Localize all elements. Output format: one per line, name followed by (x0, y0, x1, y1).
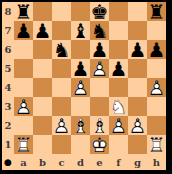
square-a1[interactable]: ♜♖ (14, 135, 33, 154)
square-g2[interactable]: ♟♙ (128, 116, 147, 135)
square-a4[interactable] (14, 78, 33, 97)
piece-black-pawn: ♟ (90, 40, 109, 59)
square-c5[interactable] (52, 59, 71, 78)
piece-black-knight: ♞ (90, 21, 109, 40)
piece-black-rook: ♜ (147, 2, 166, 21)
file-label-a: a (14, 157, 33, 168)
piece-black-king: ♚ (90, 2, 109, 21)
square-g6[interactable]: ♟ (128, 40, 147, 59)
rank-label-2: 2 (2, 116, 14, 135)
rank-label-6: 6 (2, 40, 14, 59)
piece-outline: ♔ (90, 135, 109, 154)
square-c2[interactable]: ♟♙ (52, 116, 71, 135)
square-h7[interactable] (147, 21, 166, 40)
square-h5[interactable] (147, 59, 166, 78)
square-a8[interactable]: ♜ (14, 2, 33, 21)
piece-black-pawn: ♟ (33, 21, 52, 40)
square-a2[interactable] (14, 116, 33, 135)
piece-outline: ♖ (147, 135, 166, 154)
square-a6[interactable] (14, 40, 33, 59)
square-b5[interactable] (33, 59, 52, 78)
piece-white-pawn: ♟ (147, 78, 166, 97)
chess-board: ♜♚♜♟♟♝♞♞♟♟♟♟♟♙♟♟♙♟♙♟♙♞♘♟♙♝♗♝♗♟♙♟♙♜♖♚♔♜♖ (14, 2, 166, 154)
piece-black-pawn: ♟ (109, 59, 128, 78)
diagram-inner: 8 7 6 5 4 3 2 1 ♜♚♜♟♟♝♞♞♟♟♟♟♟♙♟♟♙♟♙♟♙♞♘♟… (2, 2, 166, 170)
square-b6[interactable] (33, 40, 52, 59)
piece-white-knight: ♞ (109, 97, 128, 116)
square-e4[interactable] (90, 78, 109, 97)
piece-outline: ♙ (71, 78, 90, 97)
square-c1[interactable] (52, 135, 71, 154)
rank-label-8: 8 (2, 2, 14, 21)
chess-diagram-frame: 8 7 6 5 4 3 2 1 ♜♚♜♟♟♝♞♞♟♟♟♟♟♙♟♟♙♟♙♟♙♞♘♟… (0, 0, 172, 174)
square-b1[interactable] (33, 135, 52, 154)
piece-black-knight: ♞ (52, 40, 71, 59)
piece-outline: ♙ (14, 97, 33, 116)
piece-white-bishop: ♝ (71, 116, 90, 135)
square-a7[interactable]: ♟ (14, 21, 33, 40)
square-g4[interactable] (128, 78, 147, 97)
piece-outline: ♙ (90, 59, 109, 78)
piece-outline: ♙ (52, 116, 71, 135)
file-label-f: f (109, 157, 128, 168)
rank-label-3: 3 (2, 97, 14, 116)
square-f3[interactable]: ♞♘ (109, 97, 128, 116)
piece-black-rook: ♜ (14, 2, 33, 21)
square-e7[interactable]: ♞ (90, 21, 109, 40)
square-h1[interactable]: ♜♖ (147, 135, 166, 154)
square-d2[interactable]: ♝♗ (71, 116, 90, 135)
square-e1[interactable]: ♚♔ (90, 135, 109, 154)
piece-outline: ♗ (71, 116, 90, 135)
square-d8[interactable] (71, 2, 90, 21)
square-h4[interactable]: ♟♙ (147, 78, 166, 97)
file-label-g: g (128, 157, 147, 168)
piece-outline: ♗ (90, 116, 109, 135)
square-h8[interactable]: ♜ (147, 2, 166, 21)
file-label-c: c (52, 157, 71, 168)
piece-black-pawn: ♟ (71, 59, 90, 78)
square-g7[interactable] (128, 21, 147, 40)
file-label-h: h (147, 157, 166, 168)
square-d5[interactable]: ♟ (71, 59, 90, 78)
square-a3[interactable]: ♟♙ (14, 97, 33, 116)
square-e8[interactable]: ♚ (90, 2, 109, 21)
piece-outline: ♙ (109, 116, 128, 135)
square-d6[interactable] (71, 40, 90, 59)
piece-white-pawn: ♟ (71, 78, 90, 97)
square-c4[interactable] (52, 78, 71, 97)
square-b8[interactable] (33, 2, 52, 21)
rank-label-1: 1 (2, 135, 14, 154)
square-h6[interactable]: ♟ (147, 40, 166, 59)
square-e3[interactable] (90, 97, 109, 116)
file-label-d: d (71, 157, 90, 168)
square-c7[interactable] (52, 21, 71, 40)
file-label-e: e (90, 157, 109, 168)
square-g5[interactable] (128, 59, 147, 78)
square-a5[interactable] (14, 59, 33, 78)
rank-label-4: 4 (2, 78, 14, 97)
piece-white-rook: ♜ (14, 135, 33, 154)
square-e2[interactable]: ♝♗ (90, 116, 109, 135)
piece-outline: ♙ (128, 116, 147, 135)
square-e6[interactable]: ♟ (90, 40, 109, 59)
rank-label-7: 7 (2, 21, 14, 40)
square-f5[interactable]: ♟ (109, 59, 128, 78)
piece-white-pawn: ♟ (14, 97, 33, 116)
piece-outline: ♙ (147, 78, 166, 97)
piece-black-pawn: ♟ (128, 40, 147, 59)
square-d7[interactable]: ♝ (71, 21, 90, 40)
piece-outline: ♖ (14, 135, 33, 154)
square-h2[interactable] (147, 116, 166, 135)
square-g1[interactable] (128, 135, 147, 154)
piece-white-pawn: ♟ (52, 116, 71, 135)
square-f7[interactable] (109, 21, 128, 40)
square-f2[interactable]: ♟♙ (109, 116, 128, 135)
square-b2[interactable] (33, 116, 52, 135)
piece-black-pawn: ♟ (14, 21, 33, 40)
rank-labels: 8 7 6 5 4 3 2 1 (2, 2, 14, 154)
square-b7[interactable]: ♟ (33, 21, 52, 40)
square-f4[interactable] (109, 78, 128, 97)
piece-black-pawn: ♟ (147, 40, 166, 59)
square-d1[interactable] (71, 135, 90, 154)
file-label-b: b (33, 157, 52, 168)
piece-black-bishop: ♝ (71, 21, 90, 40)
square-b3[interactable] (33, 97, 52, 116)
piece-white-pawn: ♟ (128, 116, 147, 135)
square-f6[interactable] (109, 40, 128, 59)
square-g3[interactable] (128, 97, 147, 116)
piece-outline: ♘ (109, 97, 128, 116)
piece-white-pawn: ♟ (90, 59, 109, 78)
square-e5[interactable]: ♟♙ (90, 59, 109, 78)
piece-white-rook: ♜ (147, 135, 166, 154)
square-f8[interactable] (109, 2, 128, 21)
square-c6[interactable]: ♞ (52, 40, 71, 59)
square-b4[interactable] (33, 78, 52, 97)
square-c8[interactable] (52, 2, 71, 21)
piece-white-bishop: ♝ (90, 116, 109, 135)
square-c3[interactable] (52, 97, 71, 116)
piece-white-king: ♚ (90, 135, 109, 154)
square-g8[interactable] (128, 2, 147, 21)
square-h3[interactable] (147, 97, 166, 116)
square-d4[interactable]: ♟♙ (71, 78, 90, 97)
file-labels-row: ● a b c d e f g h (2, 154, 166, 170)
square-f1[interactable] (109, 135, 128, 154)
piece-white-pawn: ♟ (109, 116, 128, 135)
square-d3[interactable] (71, 97, 90, 116)
black-to-move-indicator: ● (2, 154, 14, 170)
rank-label-5: 5 (2, 59, 14, 78)
